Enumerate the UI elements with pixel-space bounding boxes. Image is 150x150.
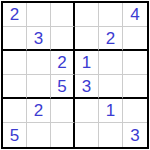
cell-r5c3-empty[interactable] (51, 99, 75, 123)
sudoku-board: 243221532153 (1, 1, 149, 149)
cell-r1c4-empty[interactable] (75, 3, 99, 27)
cell-r4c1-empty[interactable] (3, 75, 27, 99)
cell-r6c6-given-digit[interactable]: 3 (123, 123, 147, 147)
cell-r1c5-empty[interactable] (99, 3, 123, 27)
cell-r6c4-empty[interactable] (75, 123, 99, 147)
cell-r1c2-empty[interactable] (27, 3, 51, 27)
cell-r6c1-given-digit[interactable]: 5 (3, 123, 27, 147)
cell-r5c1-empty[interactable] (3, 99, 27, 123)
cell-r1c6-given-digit[interactable]: 4 (123, 3, 147, 27)
cell-r3c1-empty[interactable] (3, 51, 27, 75)
cell-r2c3-empty[interactable] (51, 27, 75, 51)
cell-r2c4-empty[interactable] (75, 27, 99, 51)
cell-r6c2-empty[interactable] (27, 123, 51, 147)
cell-r6c5-empty[interactable] (99, 123, 123, 147)
cell-r3c6-empty[interactable] (123, 51, 147, 75)
cell-r6c3-empty[interactable] (51, 123, 75, 147)
cell-r2c5-given-digit[interactable]: 2 (99, 27, 123, 51)
cell-r1c3-empty[interactable] (51, 3, 75, 27)
cell-r3c2-empty[interactable] (27, 51, 51, 75)
cell-r2c1-empty[interactable] (3, 27, 27, 51)
cell-r5c5-given-digit[interactable]: 1 (99, 99, 123, 123)
cell-r5c2-given-digit[interactable]: 2 (27, 99, 51, 123)
cell-r1c1-given-digit[interactable]: 2 (3, 3, 27, 27)
cell-r4c6-empty[interactable] (123, 75, 147, 99)
cell-r2c2-given-digit[interactable]: 3 (27, 27, 51, 51)
cell-r5c4-empty[interactable] (75, 99, 99, 123)
cell-r5c6-empty[interactable] (123, 99, 147, 123)
cell-r4c5-empty[interactable] (99, 75, 123, 99)
cell-r4c4-given-digit[interactable]: 3 (75, 75, 99, 99)
cell-r3c3-given-digit[interactable]: 2 (51, 51, 75, 75)
cell-r3c5-empty[interactable] (99, 51, 123, 75)
cell-r4c3-given-digit[interactable]: 5 (51, 75, 75, 99)
cell-r2c6-empty[interactable] (123, 27, 147, 51)
cell-r4c2-empty[interactable] (27, 75, 51, 99)
cell-r3c4-given-digit[interactable]: 1 (75, 51, 99, 75)
